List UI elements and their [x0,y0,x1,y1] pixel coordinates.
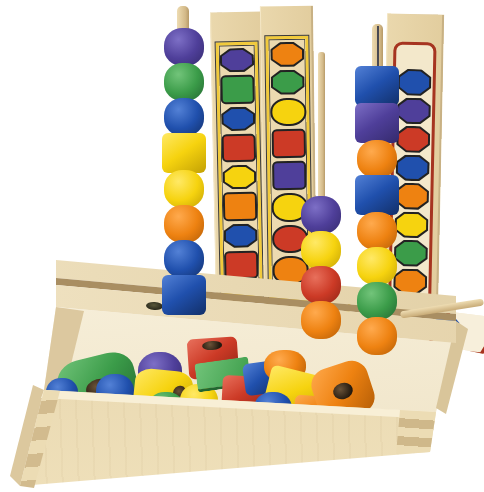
right-rod-tip [372,24,383,70]
orange-sphere-bead [357,140,397,178]
red-square-symbol [271,129,305,158]
red-square-symbol [224,250,259,279]
yellow-octagon-symbol [394,211,429,238]
blue-cube-bead [355,175,399,215]
green-square-symbol [220,75,255,104]
orange-sphere-bead [301,301,341,339]
purple-sphere-bead [301,196,341,234]
blue-cube-bead [355,66,399,106]
right-rod-pin [377,26,379,70]
blue-sphere-bead [164,98,204,136]
green-sphere-bead [357,282,397,320]
purple-square-symbol [272,161,306,190]
purple-cube-bead [355,103,399,143]
orange-sphere-bead [164,205,204,243]
purple-octagon-symbol [220,48,255,73]
green-octagon-symbol [270,70,304,95]
middle-rod [318,52,325,200]
card-right-shapes [394,69,430,296]
yellow-sphere-bead [357,247,397,285]
red-square-symbol [222,133,257,162]
yellow-sphere-bead [164,170,204,208]
bead-hole [202,341,223,351]
card-2-shapes [222,48,257,280]
purple-sphere-bead [164,28,204,66]
yellow-sphere-bead [301,231,341,269]
green-sphere-bead [164,63,204,101]
blue-octagon-symbol [395,154,430,181]
bead-stack-right [355,66,399,352]
bead-hole [331,380,355,401]
blue-cube-bead [162,275,206,315]
orange-sphere-bead [357,317,397,355]
blue-octagon-symbol [223,223,258,248]
orange-octagon-symbol [270,42,304,67]
bead-stack-middle [301,196,341,336]
orange-sphere-bead [357,212,397,250]
blue-octagon-symbol [221,106,256,131]
orange-octagon-symbol [395,183,430,210]
pattern-card-2: 2 [210,11,268,302]
red-octagon-symbol [396,126,431,153]
orange-square-symbol [223,192,258,221]
card-2-frame: 2 [216,42,263,298]
purple-octagon-symbol [396,97,431,124]
red-sphere-bead [301,266,341,304]
yellow-cube-bead [162,133,206,173]
blue-octagon-symbol [397,69,432,96]
yellow-circle-symbol [270,97,306,126]
yellow-octagon-symbol [222,165,257,190]
blue-sphere-bead [164,240,204,278]
bead-sequencing-set-photo: 2 3 [0,0,484,492]
bead-stack-left [162,28,206,312]
